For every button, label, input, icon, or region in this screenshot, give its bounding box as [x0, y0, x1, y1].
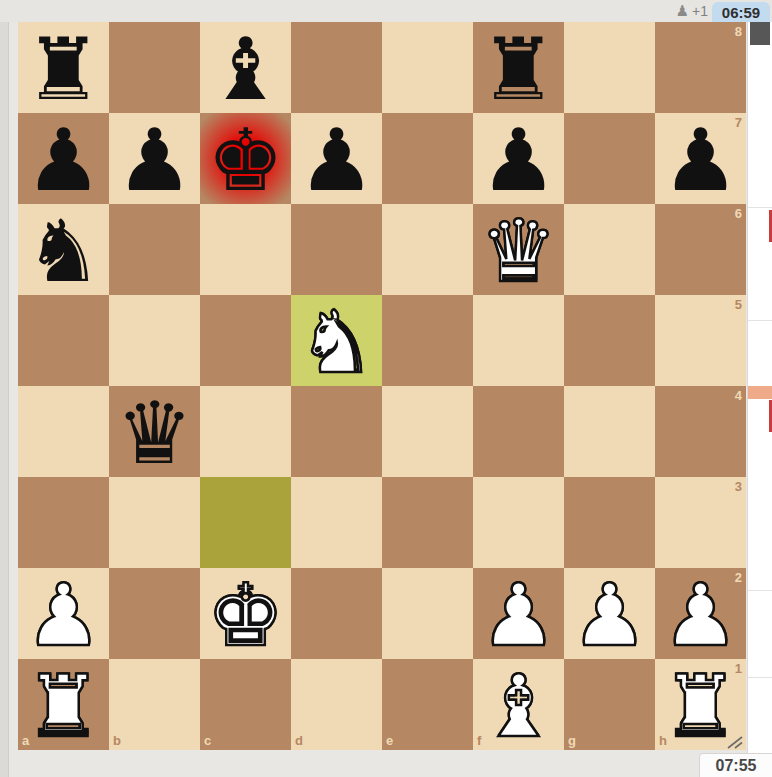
square-g2[interactable]: ♟ [564, 568, 655, 659]
square-f8[interactable]: ♜ [473, 22, 564, 113]
coord-file-h: h [659, 733, 667, 748]
piece-black-bishop[interactable]: ♝ [200, 22, 291, 113]
square-g4[interactable] [564, 386, 655, 477]
clock-white: 07:55 [699, 753, 772, 777]
side-panel-scrollbar[interactable] [747, 22, 772, 777]
square-g6[interactable] [564, 204, 655, 295]
square-b6[interactable] [109, 204, 200, 295]
square-h7[interactable]: ♟7 [655, 113, 746, 204]
captured-pawn-icon: ♟ [676, 0, 689, 22]
chess-app-window: ♟ +1 06:59 ♜♝♜8♟♟♚♟♟♟7♞♛6♞5♛43♟♚♟♟♟2♜abc… [0, 0, 772, 777]
square-e1[interactable]: e [382, 659, 473, 750]
clock-black: 06:59 [712, 2, 770, 22]
scrollbar-tick [748, 677, 772, 678]
piece-black-rook[interactable]: ♜ [18, 22, 109, 113]
square-c6[interactable] [200, 204, 291, 295]
coord-rank-5: 5 [735, 297, 742, 312]
square-f4[interactable] [473, 386, 564, 477]
square-c2[interactable]: ♚ [200, 568, 291, 659]
piece-white-pawn[interactable]: ♟ [564, 568, 655, 659]
square-d3[interactable] [291, 477, 382, 568]
square-a5[interactable] [18, 295, 109, 386]
piece-black-pawn[interactable]: ♟ [291, 113, 382, 204]
square-f7[interactable]: ♟ [473, 113, 564, 204]
piece-black-pawn[interactable]: ♟ [473, 113, 564, 204]
scrollbar-thumb[interactable] [750, 22, 770, 45]
coord-rank-7: 7 [735, 115, 742, 130]
piece-black-knight[interactable]: ♞ [18, 204, 109, 295]
square-c1[interactable]: c [200, 659, 291, 750]
piece-black-rook[interactable]: ♜ [473, 22, 564, 113]
square-d6[interactable] [291, 204, 382, 295]
square-h6[interactable]: 6 [655, 204, 746, 295]
square-e7[interactable] [382, 113, 473, 204]
piece-black-pawn[interactable]: ♟ [18, 113, 109, 204]
square-b4[interactable]: ♛ [109, 386, 200, 477]
square-h3[interactable]: 3 [655, 477, 746, 568]
coord-file-c: c [204, 733, 211, 748]
square-g8[interactable] [564, 22, 655, 113]
square-h2[interactable]: ♟2 [655, 568, 746, 659]
coord-file-a: a [22, 733, 29, 748]
square-g5[interactable] [564, 295, 655, 386]
square-a4[interactable] [18, 386, 109, 477]
square-g1[interactable]: g [564, 659, 655, 750]
square-d7[interactable]: ♟ [291, 113, 382, 204]
square-c4[interactable] [200, 386, 291, 477]
coord-rank-3: 3 [735, 479, 742, 494]
square-a8[interactable]: ♜ [18, 22, 109, 113]
coord-file-g: g [568, 733, 576, 748]
square-c7[interactable]: ♚ [200, 113, 291, 204]
square-c8[interactable]: ♝ [200, 22, 291, 113]
chess-board: ♜♝♜8♟♟♚♟♟♟7♞♛6♞5♛43♟♚♟♟♟2♜abcde♝fg♜h1 [18, 22, 746, 750]
coord-rank-6: 6 [735, 206, 742, 221]
piece-white-knight[interactable]: ♞ [291, 295, 382, 386]
coord-file-e: e [386, 733, 393, 748]
scrollbar-tick [748, 207, 772, 208]
piece-white-pawn[interactable]: ♟ [18, 568, 109, 659]
square-e3[interactable] [382, 477, 473, 568]
square-a6[interactable]: ♞ [18, 204, 109, 295]
board-resize-handle[interactable] [724, 735, 744, 749]
square-e6[interactable] [382, 204, 473, 295]
coord-rank-8: 8 [735, 24, 742, 39]
square-e2[interactable] [382, 568, 473, 659]
square-f1[interactable]: ♝f [473, 659, 564, 750]
square-a7[interactable]: ♟ [18, 113, 109, 204]
square-b3[interactable] [109, 477, 200, 568]
square-f6[interactable]: ♛ [473, 204, 564, 295]
material-advantage-black: ♟ +1 [676, 0, 708, 22]
piece-black-king[interactable]: ♚ [200, 113, 291, 204]
square-b1[interactable]: b [109, 659, 200, 750]
square-g3[interactable] [564, 477, 655, 568]
square-d5[interactable]: ♞ [291, 295, 382, 386]
piece-white-pawn[interactable]: ♟ [473, 568, 564, 659]
piece-black-queen[interactable]: ♛ [109, 386, 200, 477]
piece-white-pawn[interactable]: ♟ [655, 568, 746, 659]
piece-white-bishop[interactable]: ♝ [473, 659, 564, 750]
square-b7[interactable]: ♟ [109, 113, 200, 204]
coord-rank-4: 4 [735, 388, 742, 403]
square-f5[interactable] [473, 295, 564, 386]
square-h5[interactable]: 5 [655, 295, 746, 386]
square-d8[interactable] [291, 22, 382, 113]
square-h8[interactable]: 8 [655, 22, 746, 113]
left-gutter [0, 0, 9, 777]
piece-white-queen[interactable]: ♛ [473, 204, 564, 295]
square-d1[interactable]: d [291, 659, 382, 750]
scrollbar-tick [748, 320, 772, 321]
piece-white-rook[interactable]: ♜ [18, 659, 109, 750]
square-e5[interactable] [382, 295, 473, 386]
square-c3[interactable] [200, 477, 291, 568]
square-c5[interactable] [200, 295, 291, 386]
square-e8[interactable] [382, 22, 473, 113]
coord-rank-1: 1 [735, 661, 742, 676]
scrollbar-tick [748, 590, 772, 591]
square-b2[interactable] [109, 568, 200, 659]
square-a2[interactable]: ♟ [18, 568, 109, 659]
square-h4[interactable]: 4 [655, 386, 746, 477]
piece-white-king[interactable]: ♚ [200, 568, 291, 659]
square-f3[interactable] [473, 477, 564, 568]
square-a1[interactable]: ♜a [18, 659, 109, 750]
square-g7[interactable] [564, 113, 655, 204]
top-bar: ♟ +1 06:59 [0, 0, 772, 22]
coord-rank-2: 2 [735, 570, 742, 585]
scrollbar-current-match-marker [748, 386, 772, 399]
square-d2[interactable] [291, 568, 382, 659]
coord-file-d: d [295, 733, 303, 748]
square-f2[interactable]: ♟ [473, 568, 564, 659]
square-d4[interactable] [291, 386, 382, 477]
piece-black-pawn[interactable]: ♟ [655, 113, 746, 204]
square-e4[interactable] [382, 386, 473, 477]
piece-black-pawn[interactable]: ♟ [109, 113, 200, 204]
material-advantage-value: +1 [692, 3, 708, 19]
square-a3[interactable] [18, 477, 109, 568]
square-b5[interactable] [109, 295, 200, 386]
coord-file-f: f [477, 733, 481, 748]
square-b8[interactable] [109, 22, 200, 113]
coord-file-b: b [113, 733, 121, 748]
